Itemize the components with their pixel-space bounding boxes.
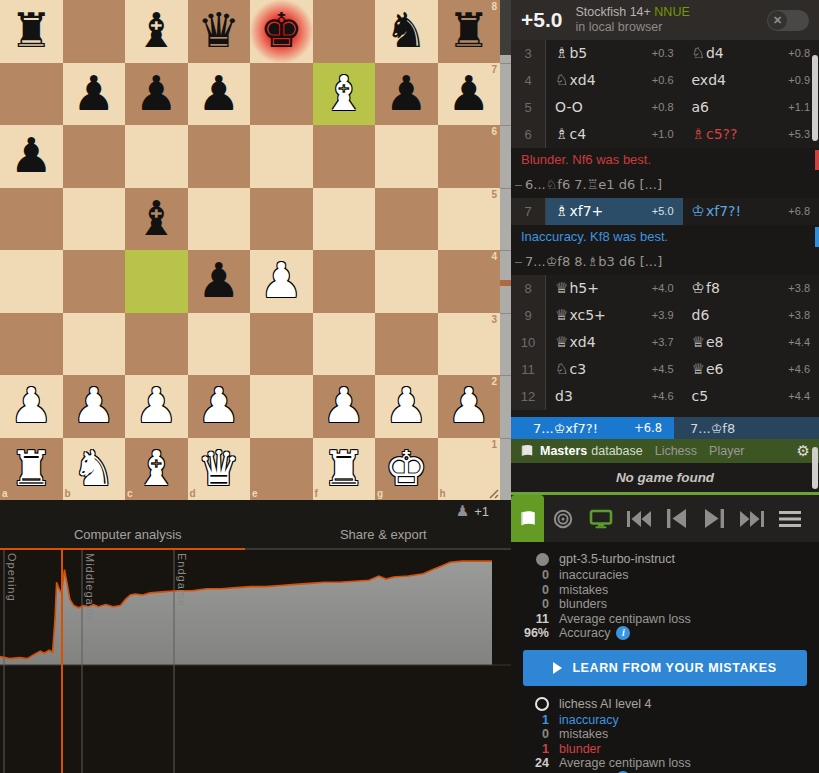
square-c2[interactable]: ♟ bbox=[125, 375, 188, 438]
explorer-tab-player[interactable]: Player bbox=[709, 444, 744, 458]
stat-label: blunders bbox=[559, 597, 607, 611]
move-8-white[interactable]: ♕h5++4.0 bbox=[546, 275, 683, 302]
underboard-tabs: Computer analysis Share & export bbox=[0, 522, 511, 550]
stat-average-centipawn-loss: 11Average centipawn loss bbox=[513, 612, 817, 627]
piece-letter-icon: ♗ bbox=[692, 125, 705, 143]
tab-computer-analysis[interactable]: Computer analysis bbox=[0, 522, 256, 548]
black-pawn-g7[interactable]: ♟ bbox=[375, 63, 438, 126]
square-e3[interactable] bbox=[250, 313, 313, 376]
gauge-tick bbox=[500, 250, 511, 251]
tab-share-export[interactable]: Share & export bbox=[256, 522, 512, 548]
accuracy-info-icon[interactable]: i bbox=[616, 626, 630, 640]
square-h8[interactable]: ♜8 bbox=[438, 0, 501, 63]
move-number: 10 bbox=[511, 329, 546, 356]
square-a2[interactable]: ♟ bbox=[0, 375, 63, 438]
white-advantage-area bbox=[0, 561, 492, 665]
square-g3[interactable] bbox=[375, 313, 438, 376]
square-f2[interactable]: ♟ bbox=[313, 375, 376, 438]
square-g1[interactable]: ♚g bbox=[375, 438, 438, 501]
move-row-3: 3♗b5+0.3♘d4+0.8 bbox=[511, 40, 819, 67]
white-pawn-e4[interactable]: ♟ bbox=[250, 250, 313, 313]
stat-blunders: 0blunders bbox=[513, 597, 817, 612]
square-e8[interactable]: ♚ bbox=[250, 0, 313, 63]
square-c7[interactable]: ♟ bbox=[125, 63, 188, 126]
stat-value: 11 bbox=[513, 612, 549, 626]
move-row-12: 12d3+4.6c5+4.4 bbox=[511, 383, 819, 410]
phase-label-opening: Opening bbox=[6, 553, 18, 602]
move-eval: +0.6 bbox=[652, 67, 674, 94]
retro-played-eval: +6.8 bbox=[634, 421, 662, 435]
acpl-summary: gpt-3.5-turbo-instruct0inaccuracies0mist… bbox=[511, 542, 819, 773]
square-g2[interactable]: ♟ bbox=[375, 375, 438, 438]
square-f5[interactable] bbox=[313, 188, 376, 251]
white-queen-d1[interactable]: ♛ bbox=[188, 438, 251, 501]
white-pawn-a2[interactable]: ♟ bbox=[0, 375, 63, 438]
piece-letter-icon: ♗ bbox=[555, 125, 568, 143]
gauge-tick bbox=[500, 188, 511, 189]
file-label-f: f bbox=[315, 488, 318, 499]
move-eval: +1.0 bbox=[652, 121, 674, 148]
move-5-black[interactable]: a6+1.1 bbox=[683, 94, 819, 121]
move-11-black[interactable]: ♕e6+4.6 bbox=[683, 356, 819, 383]
square-c8[interactable]: ♝ bbox=[125, 0, 188, 63]
move-number: 6 bbox=[511, 121, 546, 148]
move-4-white[interactable]: ♘xd4+0.6 bbox=[546, 67, 683, 94]
move-eval: +0.9 bbox=[788, 67, 810, 94]
move-3-black[interactable]: ♘d4+0.8 bbox=[683, 40, 819, 67]
player-name-row: lichess AI level 4 bbox=[513, 695, 817, 713]
move-rows: 3♗b5+0.3♘d4+0.84♘xd4+0.6exd4+0.95O-O+0.8… bbox=[511, 40, 819, 410]
move-12-black[interactable]: c5+4.4 bbox=[683, 383, 819, 410]
square-a7[interactable] bbox=[0, 63, 63, 126]
stat-value: 0 bbox=[513, 583, 549, 597]
white-king-g1[interactable]: ♚ bbox=[375, 438, 438, 501]
stat-mistakes: 0mistakes bbox=[513, 727, 817, 742]
move-eval: +4.6 bbox=[652, 383, 674, 410]
book-icon bbox=[519, 510, 537, 528]
explorer-scrollbar[interactable] bbox=[812, 447, 818, 489]
move-list: 3♗b5+0.3♘d4+0.84♘xd4+0.6exd4+0.95O-O+0.8… bbox=[511, 40, 819, 417]
black-pawn-a6[interactable]: ♟ bbox=[0, 125, 63, 188]
square-g7[interactable]: ♟ bbox=[375, 63, 438, 126]
square-d3[interactable] bbox=[188, 313, 251, 376]
black-queen-d8[interactable]: ♛ bbox=[188, 0, 251, 63]
file-label-a: a bbox=[2, 488, 8, 499]
practice-target-icon[interactable] bbox=[544, 495, 582, 542]
square-f6[interactable] bbox=[313, 125, 376, 188]
square-a3[interactable] bbox=[0, 313, 63, 376]
move-number: 9 bbox=[511, 302, 546, 329]
move-9-white[interactable]: ♕xc5++3.9 bbox=[546, 302, 683, 329]
square-a8[interactable]: ♜ bbox=[0, 0, 63, 63]
explorer-tab-lichess[interactable]: Lichess bbox=[655, 444, 697, 458]
piece-letter-icon: ♘ bbox=[555, 71, 568, 89]
opening-explorer-header: Masters database Lichess Player ⚙ bbox=[511, 439, 819, 463]
move-eval: +0.8 bbox=[652, 94, 674, 121]
white-pawn-g2[interactable]: ♟ bbox=[375, 375, 438, 438]
engine-location: in local browser bbox=[575, 20, 662, 34]
stat-value: 0 bbox=[513, 727, 549, 741]
phase-label-endgame: Endgame bbox=[176, 553, 188, 607]
retro-played-move[interactable]: 7...♔xf7?! +6.8 bbox=[511, 417, 674, 439]
rank-label-6: 6 bbox=[491, 126, 497, 137]
black-bishop-c5[interactable]: ♝ bbox=[125, 188, 188, 251]
move-number: 3 bbox=[511, 40, 546, 67]
square-d5[interactable] bbox=[188, 188, 251, 251]
black-knight-g8[interactable]: ♞ bbox=[375, 0, 438, 63]
last-move-button[interactable] bbox=[733, 495, 771, 542]
square-h7[interactable]: ♟7 bbox=[438, 63, 501, 126]
move-10-white[interactable]: ♕xd4+3.7 bbox=[546, 329, 683, 356]
square-a4[interactable] bbox=[0, 250, 63, 313]
square-b8[interactable] bbox=[63, 0, 126, 63]
black-pawn-c7[interactable]: ♟ bbox=[125, 63, 188, 126]
analysis-underboard: ♟ +1 Computer analysis Share & export Op… bbox=[0, 500, 511, 773]
variation-line[interactable]: 7...♔f8 8.♗b3 d6 [...] bbox=[511, 249, 819, 275]
black-pawn-d7[interactable]: ♟ bbox=[188, 63, 251, 126]
piece-letter-icon: ♕ bbox=[555, 306, 568, 324]
square-d7[interactable]: ♟ bbox=[188, 63, 251, 126]
computer-analysis-icon[interactable] bbox=[582, 495, 620, 542]
black-king-e8[interactable]: ♚ bbox=[250, 0, 313, 63]
square-b7[interactable]: ♟ bbox=[63, 63, 126, 126]
white-player-icon bbox=[535, 697, 549, 711]
square-f4[interactable] bbox=[313, 250, 376, 313]
move-number: 7 bbox=[511, 198, 546, 225]
square-f3[interactable] bbox=[313, 313, 376, 376]
stat-value: 96% bbox=[513, 626, 549, 640]
move-row-7: 7♗xf7++5.0♔xf7?!+6.8 bbox=[511, 198, 819, 225]
white-pawn-b2[interactable]: ♟ bbox=[63, 375, 126, 438]
square-h4[interactable]: 4 bbox=[438, 250, 501, 313]
move-number: 5 bbox=[511, 94, 546, 121]
square-e5[interactable] bbox=[250, 188, 313, 251]
white-rook-f1[interactable]: ♜ bbox=[313, 438, 376, 501]
white-player-stats: lichess AI level 41inaccuracy0mistakes1b… bbox=[511, 695, 819, 773]
square-c5[interactable]: ♝ bbox=[125, 188, 188, 251]
black-player-stats: gpt-3.5-turbo-instruct0inaccuracies0mist… bbox=[511, 550, 819, 641]
move-number: 4 bbox=[511, 67, 546, 94]
rank-label-2: 2 bbox=[491, 376, 497, 387]
stat-value: 24 bbox=[513, 756, 549, 770]
material-balance: ♟ +1 bbox=[0, 500, 511, 522]
advantage-chart-svg bbox=[0, 550, 511, 773]
white-pawn-f2[interactable]: ♟ bbox=[313, 375, 376, 438]
square-h6[interactable]: 6 bbox=[438, 125, 501, 188]
move-eval: +4.4 bbox=[788, 383, 810, 410]
move-eval: +1.1 bbox=[788, 94, 810, 121]
gauge-tick bbox=[500, 125, 511, 126]
stat-accuracy: 96%Accuracyi bbox=[513, 626, 817, 641]
square-a5[interactable] bbox=[0, 188, 63, 251]
piece-letter-icon: ♕ bbox=[555, 279, 568, 297]
board-resize-handle[interactable] bbox=[487, 487, 499, 499]
square-e4[interactable]: ♟ bbox=[250, 250, 313, 313]
move-eval: +0.3 bbox=[652, 40, 674, 67]
black-rook-a8[interactable]: ♜ bbox=[0, 0, 63, 63]
square-c1[interactable]: ♝c bbox=[125, 438, 188, 501]
explorer-tab-masters[interactable]: Masters bbox=[540, 444, 587, 458]
phase-label-middlegame: Middlegame bbox=[84, 553, 96, 623]
piece-letter-icon: ♗ bbox=[555, 202, 568, 220]
square-b4[interactable] bbox=[63, 250, 126, 313]
black-pawn-b7[interactable]: ♟ bbox=[63, 63, 126, 126]
analysis-panel: +5.0 Stockfish 14+ NNUE in local browser… bbox=[511, 0, 819, 773]
move-11-white[interactable]: ♘c3+4.5 bbox=[546, 356, 683, 383]
player-name-row: gpt-3.5-turbo-instruct bbox=[513, 550, 817, 568]
previous-move-button[interactable] bbox=[658, 495, 696, 542]
stat-label: blunder bbox=[559, 742, 601, 756]
move-3-white[interactable]: ♗b5+0.3 bbox=[546, 40, 683, 67]
white-knight-b1[interactable]: ♞ bbox=[63, 438, 126, 501]
eval-gauge-black-zone bbox=[500, 0, 511, 55]
move-6-white[interactable]: ♗c4+1.0 bbox=[546, 121, 683, 148]
variation-line[interactable]: 6...♘f6 7.♖e1 d6 [...] bbox=[511, 172, 819, 198]
move-7-white[interactable]: ♗xf7++5.0 bbox=[546, 198, 683, 225]
file-label-g: g bbox=[377, 488, 383, 499]
engine-toggle[interactable]: ✕ bbox=[767, 10, 809, 31]
square-d4[interactable]: ♟ bbox=[188, 250, 251, 313]
square-b2[interactable]: ♟ bbox=[63, 375, 126, 438]
move-row-9: 9♕xc5++3.9d6+3.8 bbox=[511, 302, 819, 329]
piece-letter-icon: ♘ bbox=[555, 360, 568, 378]
square-e6[interactable] bbox=[250, 125, 313, 188]
explorer-settings-gear-icon[interactable]: ⚙ bbox=[797, 442, 810, 460]
move-eval: +3.7 bbox=[652, 329, 674, 356]
gauge-tick bbox=[500, 375, 511, 376]
stat-label: Accuracy bbox=[559, 626, 610, 640]
stat-label: mistakes bbox=[559, 583, 608, 597]
move-9-black[interactable]: d6+3.8 bbox=[683, 302, 819, 329]
move-7-black[interactable]: ♔xf7?!+6.8 bbox=[683, 198, 819, 225]
stat-mistakes: 0mistakes bbox=[513, 583, 817, 598]
move-eval: +0.8 bbox=[788, 40, 810, 67]
move-eval: +3.8 bbox=[788, 275, 810, 302]
square-d2[interactable]: ♟ bbox=[188, 375, 251, 438]
square-b6[interactable] bbox=[63, 125, 126, 188]
square-f8[interactable] bbox=[313, 0, 376, 63]
stat-inaccuracies: 0inaccuracies bbox=[513, 568, 817, 583]
stat-label: mistakes bbox=[559, 727, 608, 741]
gauge-marker bbox=[500, 280, 511, 286]
square-h2[interactable]: ♟2 bbox=[438, 375, 501, 438]
square-f7[interactable]: ♝ bbox=[313, 63, 376, 126]
stat-label: inaccuracy bbox=[559, 713, 619, 727]
stat-inaccuracy: 1inaccuracy bbox=[513, 713, 817, 728]
square-g8[interactable]: ♞ bbox=[375, 0, 438, 63]
square-c6[interactable] bbox=[125, 125, 188, 188]
stat-value: 1 bbox=[513, 742, 549, 756]
square-c3[interactable] bbox=[125, 313, 188, 376]
chess-board[interactable]: ♜♝♛♚♞♜8♟♟♟♝♟♟7♟6♝5♟♟43♟♟♟♟♟♟♟2♜a♞b♝c♛de♜… bbox=[0, 0, 500, 500]
square-b1[interactable]: ♞b bbox=[63, 438, 126, 501]
stat-label: Average centipawn loss bbox=[559, 756, 691, 770]
black-bishop-c8[interactable]: ♝ bbox=[125, 0, 188, 63]
move-row-5: 5O-O+0.8a6+1.1 bbox=[511, 94, 819, 121]
move-4-black[interactable]: exd4+0.9 bbox=[683, 67, 819, 94]
move-row-4: 4♘xd4+0.6exd4+0.9 bbox=[511, 67, 819, 94]
player-name: gpt-3.5-turbo-instruct bbox=[559, 552, 675, 566]
file-label-h: h bbox=[440, 488, 446, 499]
move-list-scrollbar[interactable] bbox=[812, 55, 818, 141]
judgment-comment: Inaccuracy. Kf8 was best. bbox=[511, 225, 819, 249]
square-a1[interactable]: ♜a bbox=[0, 438, 63, 501]
retro-best-move[interactable]: 7...♔f8 bbox=[674, 417, 819, 439]
move-eval: +6.8 bbox=[788, 198, 810, 225]
engine-name-block: Stockfish 14+ NNUE in local browser bbox=[575, 5, 767, 35]
white-bishop-c1[interactable]: ♝ bbox=[125, 438, 188, 501]
move-5-white[interactable]: O-O+0.8 bbox=[546, 94, 683, 121]
engine-toggle-knob: ✕ bbox=[768, 11, 787, 30]
square-e7[interactable] bbox=[250, 63, 313, 126]
move-eval: +5.3 bbox=[788, 121, 810, 148]
piece-letter-icon: ♕ bbox=[692, 360, 705, 378]
engine-eval: +5.0 bbox=[521, 8, 562, 32]
advantage-chart[interactable]: OpeningMiddlegameEndgame bbox=[0, 550, 511, 773]
move-10-black[interactable]: ♕e8+4.4 bbox=[683, 329, 819, 356]
stat-value: 0 bbox=[513, 597, 549, 611]
square-b3[interactable] bbox=[63, 313, 126, 376]
stat-value: 1 bbox=[513, 713, 549, 727]
learn-from-mistakes-button[interactable]: LEARN FROM YOUR MISTAKES bbox=[523, 650, 807, 686]
first-move-button[interactable] bbox=[620, 495, 658, 542]
controls-bar bbox=[511, 495, 819, 542]
opening-explorer-body: No game found bbox=[511, 463, 819, 492]
square-e1[interactable]: e bbox=[250, 438, 313, 501]
rank-label-4: 4 bbox=[491, 251, 497, 262]
eval-gauge bbox=[500, 0, 511, 500]
stat-value: 0 bbox=[513, 568, 549, 582]
stat-blunder: 1blunder bbox=[513, 742, 817, 757]
move-row-6: 6♗c4+1.0♗c5??+5.3 bbox=[511, 121, 819, 148]
play-icon bbox=[553, 662, 562, 674]
rank-label-5: 5 bbox=[491, 189, 497, 200]
square-b5[interactable] bbox=[63, 188, 126, 251]
next-move-button[interactable] bbox=[695, 495, 733, 542]
explorer-book-tab[interactable] bbox=[511, 495, 544, 542]
file-label-e: e bbox=[252, 488, 258, 499]
stat-average-centipawn-loss: 24Average centipawn loss bbox=[513, 756, 817, 771]
piece-letter-icon: ♗ bbox=[555, 44, 568, 62]
move-row-8: 8♕h5++4.0♔f8+3.8 bbox=[511, 275, 819, 302]
book-icon bbox=[520, 444, 534, 458]
square-g4[interactable] bbox=[375, 250, 438, 313]
move-row-10: 10♕xd4+3.7♕e8+4.4 bbox=[511, 329, 819, 356]
move-eval: +4.0 bbox=[652, 275, 674, 302]
move-number: 8 bbox=[511, 275, 546, 302]
gauge-tick bbox=[500, 438, 511, 439]
move-eval: +3.9 bbox=[652, 302, 674, 329]
rank-label-3: 3 bbox=[491, 314, 497, 325]
white-bishop-f7[interactable]: ♝ bbox=[313, 63, 376, 126]
square-h1[interactable]: h1 bbox=[438, 438, 501, 501]
move-number: 12 bbox=[511, 383, 546, 410]
square-h3[interactable]: 3 bbox=[438, 313, 501, 376]
rank-label-8: 8 bbox=[491, 1, 497, 12]
move-row-11: 11♘c3+4.5♕e6+4.6 bbox=[511, 356, 819, 383]
square-d6[interactable] bbox=[188, 125, 251, 188]
piece-letter-icon: ♕ bbox=[692, 333, 705, 351]
square-h5[interactable]: 5 bbox=[438, 188, 501, 251]
move-6-black[interactable]: ♗c5??+5.3 bbox=[683, 121, 819, 148]
white-rook-a1[interactable]: ♜ bbox=[0, 438, 63, 501]
move-8-black[interactable]: ♔f8+3.8 bbox=[683, 275, 819, 302]
pawn-icon: ♟ bbox=[456, 502, 469, 520]
black-player-icon bbox=[536, 553, 549, 566]
square-c4[interactable] bbox=[125, 250, 188, 313]
piece-letter-icon: ♔ bbox=[692, 202, 705, 220]
move-12-white[interactable]: d3+4.6 bbox=[546, 383, 683, 410]
explorer-message: No game found bbox=[616, 470, 714, 485]
material-value: +1 bbox=[474, 504, 489, 519]
file-label-c: c bbox=[127, 488, 133, 499]
stat-label: inaccuracies bbox=[559, 568, 628, 582]
gauge-tick bbox=[500, 313, 511, 314]
menu-icon[interactable] bbox=[771, 495, 809, 542]
square-f1[interactable]: ♜f bbox=[313, 438, 376, 501]
engine-name: Stockfish 14+ bbox=[575, 5, 650, 19]
stat-label: Average centipawn loss bbox=[559, 612, 691, 626]
piece-letter-icon: ♔ bbox=[692, 279, 705, 297]
judgment-comment: Blunder. Nf6 was best. bbox=[511, 148, 819, 172]
white-pawn-c2[interactable]: ♟ bbox=[125, 375, 188, 438]
piece-letter-icon: ♘ bbox=[692, 44, 705, 62]
move-eval: +4.4 bbox=[788, 329, 810, 356]
move-eval: +3.8 bbox=[788, 302, 810, 329]
judgment-indicator-bar bbox=[815, 227, 819, 247]
square-d8[interactable]: ♛ bbox=[188, 0, 251, 63]
engine-header: +5.0 Stockfish 14+ NNUE in local browser… bbox=[511, 0, 819, 40]
rank-label-7: 7 bbox=[491, 64, 497, 75]
white-pawn-d2[interactable]: ♟ bbox=[188, 375, 251, 438]
move-eval: +5.0 bbox=[652, 198, 674, 225]
rank-label-1: 1 bbox=[491, 439, 497, 450]
square-g6[interactable] bbox=[375, 125, 438, 188]
player-name: lichess AI level 4 bbox=[559, 697, 651, 711]
piece-letter-icon: ♕ bbox=[555, 333, 568, 351]
gauge-tick bbox=[500, 63, 511, 64]
square-a6[interactable]: ♟ bbox=[0, 125, 63, 188]
file-label-b: b bbox=[65, 488, 71, 499]
file-label-d: d bbox=[190, 488, 196, 499]
retro-compare-bar: 7...♔xf7?! +6.8 7...♔f8 bbox=[511, 417, 819, 439]
move-number: 11 bbox=[511, 356, 546, 383]
black-pawn-d4[interactable]: ♟ bbox=[188, 250, 251, 313]
square-g5[interactable] bbox=[375, 188, 438, 251]
square-d1[interactable]: ♛d bbox=[188, 438, 251, 501]
move-eval: +4.6 bbox=[788, 356, 810, 383]
square-e2[interactable] bbox=[250, 375, 313, 438]
judgment-indicator-bar bbox=[815, 150, 819, 170]
move-eval: +4.5 bbox=[652, 356, 674, 383]
